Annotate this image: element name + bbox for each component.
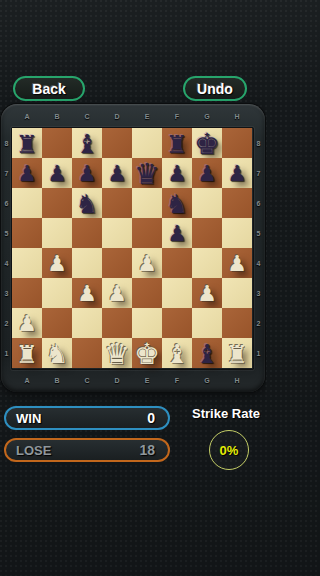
black-pawn[interactable]: ♟ <box>192 159 222 189</box>
black-pawn[interactable]: ♟ <box>162 219 192 249</box>
square-e3[interactable] <box>132 278 162 308</box>
file-label-b-top: B <box>42 104 72 128</box>
square-e5[interactable] <box>132 218 162 248</box>
lose-value: 18 <box>51 442 155 458</box>
white-pawn[interactable]: ♟ <box>12 309 42 339</box>
square-a1[interactable]: ♜ <box>12 338 42 368</box>
square-h6[interactable] <box>222 188 252 218</box>
rank-label-3-right: 3 <box>252 278 265 308</box>
file-label-e-top: E <box>132 104 162 128</box>
square-a4[interactable] <box>12 248 42 278</box>
square-d8[interactable] <box>102 128 132 158</box>
square-h7[interactable]: ♟ <box>222 158 252 188</box>
square-f6[interactable]: ♞ <box>162 188 192 218</box>
square-h5[interactable] <box>222 218 252 248</box>
square-h2[interactable] <box>222 308 252 338</box>
rank-label-3-left: 3 <box>1 278 12 308</box>
rank-label-1-right: 1 <box>252 338 265 368</box>
file-label-b-bottom: B <box>42 368 72 392</box>
square-a2[interactable]: ♟ <box>12 308 42 338</box>
black-king[interactable]: ♚ <box>192 129 222 159</box>
square-f3[interactable] <box>162 278 192 308</box>
black-pawn[interactable]: ♟ <box>72 159 102 189</box>
rank-label-7-left: 7 <box>1 158 12 188</box>
square-b3[interactable] <box>42 278 72 308</box>
square-a7[interactable]: ♟ <box>12 158 42 188</box>
rank-label-5-left: 5 <box>1 218 12 248</box>
lose-stat-pill: LOSE 18 <box>4 438 170 462</box>
square-e7[interactable]: ♛ <box>132 158 162 188</box>
square-g3[interactable]: ♟ <box>192 278 222 308</box>
file-label-f-top: F <box>162 104 192 128</box>
square-f4[interactable] <box>162 248 192 278</box>
file-label-h-bottom: H <box>222 368 252 392</box>
back-button[interactable]: Back <box>13 76 85 101</box>
white-pawn[interactable]: ♟ <box>132 249 162 279</box>
lose-label: LOSE <box>16 443 51 458</box>
win-stat-pill: WIN 0 <box>4 406 170 430</box>
white-pawn[interactable]: ♟ <box>42 249 72 279</box>
win-value: 0 <box>41 410 155 426</box>
square-c7[interactable]: ♟ <box>72 158 102 188</box>
square-d4[interactable] <box>102 248 132 278</box>
square-a3[interactable] <box>12 278 42 308</box>
black-knight[interactable]: ♞ <box>72 189 102 219</box>
rank-label-4-left: 4 <box>1 248 12 278</box>
square-e8[interactable] <box>132 128 162 158</box>
undo-button[interactable]: Undo <box>183 76 247 101</box>
square-h8[interactable] <box>222 128 252 158</box>
rank-label-4-right: 4 <box>252 248 265 278</box>
frame-corner <box>1 104 12 128</box>
black-queen[interactable]: ♛ <box>132 159 162 189</box>
square-d6[interactable] <box>102 188 132 218</box>
square-g7[interactable]: ♟ <box>192 158 222 188</box>
white-king[interactable]: ♚ <box>132 339 162 369</box>
strike-rate-label: Strike Rate <box>186 406 266 421</box>
file-label-a-bottom: A <box>12 368 42 392</box>
square-b5[interactable] <box>42 218 72 248</box>
rank-label-8-left: 8 <box>1 128 12 158</box>
black-rook[interactable]: ♜ <box>12 129 42 159</box>
white-pawn[interactable]: ♟ <box>222 249 252 279</box>
app-background: { "game": "chess", "position": { "fen": … <box>0 0 266 576</box>
black-bishop[interactable]: ♝ <box>192 339 222 369</box>
chess-board-frame: ABCDEFGH8♜♝♜♚87♟♟♟♟♛♟♟♟76♞♞65♟54♟♟♟43♟♟♟… <box>1 104 265 392</box>
square-c2[interactable] <box>72 308 102 338</box>
square-g6[interactable] <box>192 188 222 218</box>
square-h3[interactable] <box>222 278 252 308</box>
square-b7[interactable]: ♟ <box>42 158 72 188</box>
white-pawn[interactable]: ♟ <box>192 279 222 309</box>
file-label-g-top: G <box>192 104 222 128</box>
square-c8[interactable]: ♝ <box>72 128 102 158</box>
rank-label-5-right: 5 <box>252 218 265 248</box>
square-c6[interactable]: ♞ <box>72 188 102 218</box>
square-g8[interactable]: ♚ <box>192 128 222 158</box>
square-d3[interactable]: ♟ <box>102 278 132 308</box>
rank-label-8-right: 8 <box>252 128 265 158</box>
white-pawn[interactable]: ♟ <box>102 279 132 309</box>
white-rook[interactable]: ♜ <box>222 339 252 369</box>
rank-label-2-right: 2 <box>252 308 265 338</box>
file-label-a-top: A <box>12 104 42 128</box>
rank-label-1-left: 1 <box>1 338 12 368</box>
file-label-c-top: C <box>72 104 102 128</box>
black-pawn[interactable]: ♟ <box>102 159 132 189</box>
square-e1[interactable]: ♚ <box>132 338 162 368</box>
square-g5[interactable] <box>192 218 222 248</box>
frame-corner <box>252 104 265 128</box>
white-pawn[interactable]: ♟ <box>72 279 102 309</box>
black-pawn[interactable]: ♟ <box>12 159 42 189</box>
file-label-d-bottom: D <box>102 368 132 392</box>
square-f1[interactable]: ♝ <box>162 338 192 368</box>
black-knight[interactable]: ♞ <box>162 189 192 219</box>
square-b8[interactable] <box>42 128 72 158</box>
square-g1[interactable]: ♝ <box>192 338 222 368</box>
strike-rate-badge: 0% <box>209 430 249 470</box>
square-e4[interactable]: ♟ <box>132 248 162 278</box>
square-a8[interactable]: ♜ <box>12 128 42 158</box>
black-pawn[interactable]: ♟ <box>222 159 252 189</box>
square-h1[interactable]: ♜ <box>222 338 252 368</box>
square-c3[interactable]: ♟ <box>72 278 102 308</box>
square-f5[interactable]: ♟ <box>162 218 192 248</box>
white-rook[interactable]: ♜ <box>12 339 42 369</box>
square-b2[interactable] <box>42 308 72 338</box>
square-f7[interactable]: ♟ <box>162 158 192 188</box>
square-d2[interactable] <box>102 308 132 338</box>
square-d7[interactable]: ♟ <box>102 158 132 188</box>
black-pawn[interactable]: ♟ <box>42 159 72 189</box>
white-bishop[interactable]: ♝ <box>162 339 192 369</box>
square-f8[interactable]: ♜ <box>162 128 192 158</box>
square-a5[interactable] <box>12 218 42 248</box>
black-bishop[interactable]: ♝ <box>72 129 102 159</box>
square-a6[interactable] <box>12 188 42 218</box>
rank-label-7-right: 7 <box>252 158 265 188</box>
square-e6[interactable] <box>132 188 162 218</box>
square-d5[interactable] <box>102 218 132 248</box>
square-c5[interactable] <box>72 218 102 248</box>
square-h4[interactable]: ♟ <box>222 248 252 278</box>
square-b4[interactable]: ♟ <box>42 248 72 278</box>
square-b6[interactable] <box>42 188 72 218</box>
file-label-g-bottom: G <box>192 368 222 392</box>
rank-label-6-right: 6 <box>252 188 265 218</box>
black-pawn[interactable]: ♟ <box>162 159 192 189</box>
white-queen[interactable]: ♛ <box>102 339 132 369</box>
strike-rate-value: 0% <box>220 443 239 458</box>
win-label: WIN <box>16 411 41 426</box>
square-g4[interactable] <box>192 248 222 278</box>
square-g2[interactable] <box>192 308 222 338</box>
frame-corner <box>1 368 12 392</box>
square-d1[interactable]: ♛ <box>102 338 132 368</box>
square-b1[interactable]: ♞ <box>42 338 72 368</box>
rank-label-6-left: 6 <box>1 188 12 218</box>
square-e2[interactable] <box>132 308 162 338</box>
square-f2[interactable] <box>162 308 192 338</box>
frame-corner <box>252 368 265 392</box>
file-label-h-top: H <box>222 104 252 128</box>
file-label-f-bottom: F <box>162 368 192 392</box>
file-label-d-top: D <box>102 104 132 128</box>
square-c4[interactable] <box>72 248 102 278</box>
square-c1[interactable] <box>72 338 102 368</box>
file-label-c-bottom: C <box>72 368 102 392</box>
black-rook[interactable]: ♜ <box>162 129 192 159</box>
file-label-e-bottom: E <box>132 368 162 392</box>
rank-label-2-left: 2 <box>1 308 12 338</box>
white-knight[interactable]: ♞ <box>42 339 72 369</box>
